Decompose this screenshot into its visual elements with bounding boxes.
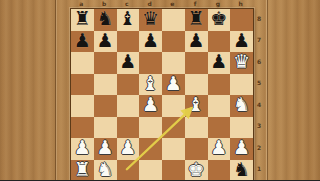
square-c8: ♝: [117, 9, 140, 31]
rank-label-4: 4: [254, 101, 264, 109]
file-label-h: h: [229, 0, 252, 8]
square-d2: [139, 138, 162, 160]
square-h8: [230, 9, 253, 31]
square-e3: [162, 117, 185, 139]
square-f4: ♝: [185, 95, 208, 117]
square-e5: ♟: [162, 74, 185, 96]
square-b8: ♞: [94, 9, 117, 31]
square-f6: [185, 52, 208, 74]
square-c4: [117, 95, 140, 117]
black-bishop-c8: ♝: [119, 9, 136, 28]
square-c1: [117, 160, 140, 181]
square-e4: [162, 95, 185, 117]
square-d6: [139, 52, 162, 74]
square-d3: [139, 117, 162, 139]
square-h2: ♟: [230, 138, 253, 160]
square-a2: ♟: [71, 138, 94, 160]
square-g1: [208, 160, 231, 181]
square-d4: ♟: [139, 95, 162, 117]
white-queen-h6: ♛: [233, 52, 250, 71]
square-f7: ♟: [185, 31, 208, 53]
square-a8: ♜: [71, 9, 94, 31]
square-h3: [230, 117, 253, 139]
square-f8: ♜: [185, 9, 208, 31]
square-e7: [162, 31, 185, 53]
square-e2: [162, 138, 185, 160]
white-pawn-e5: ♟: [165, 74, 182, 93]
square-b5: [94, 74, 117, 96]
square-g2: ♟: [208, 138, 231, 160]
square-d7: ♟: [139, 31, 162, 53]
black-pawn-h7: ♟: [233, 31, 250, 50]
square-g4: [208, 95, 231, 117]
square-g6: ♟: [208, 52, 231, 74]
square-b6: [94, 52, 117, 74]
rank-label-3: 3: [254, 122, 264, 130]
square-c2: ♟: [117, 138, 140, 160]
square-g5: [208, 74, 231, 96]
black-pawn-c6: ♟: [119, 52, 136, 71]
square-c7: [117, 31, 140, 53]
white-bishop-d5: ♝: [142, 74, 159, 93]
square-d1: [139, 160, 162, 181]
square-f5: [185, 74, 208, 96]
square-g8: ♚: [208, 9, 231, 31]
square-e6: [162, 52, 185, 74]
chess-board: ♜♞♝♛♜♚♟♟♟♟♟♟♟♛♝♟♟♝♞♟♟♟♟♟♜♞♚♞: [70, 8, 254, 180]
file-label-e: e: [161, 0, 184, 8]
square-g7: [208, 31, 231, 53]
white-pawn-g2: ♟: [210, 138, 227, 157]
white-knight-h4: ♞: [233, 95, 250, 114]
black-king-g8: ♚: [210, 9, 227, 28]
square-g3: [208, 117, 231, 139]
black-knight-b8: ♞: [97, 9, 114, 28]
white-king-f1: ♚: [188, 160, 205, 179]
square-d5: ♝: [139, 74, 162, 96]
rank-label-8: 8: [254, 15, 264, 23]
black-pawn-g6: ♟: [210, 52, 227, 71]
square-h6: ♛: [230, 52, 253, 74]
square-a6: [71, 52, 94, 74]
square-e1: [162, 160, 185, 181]
square-b7: ♟: [94, 31, 117, 53]
square-a3: [71, 117, 94, 139]
rank-label-5: 5: [254, 79, 264, 87]
square-h7: ♟: [230, 31, 253, 53]
white-rook-a1: ♜: [74, 160, 91, 179]
black-pawn-d7: ♟: [142, 31, 159, 50]
white-pawn-b2: ♟: [97, 138, 114, 157]
square-h5: [230, 74, 253, 96]
square-e8: [162, 9, 185, 31]
black-pawn-a7: ♟: [74, 31, 91, 50]
black-rook-a8: ♜: [74, 9, 91, 28]
white-pawn-d4: ♟: [142, 95, 159, 114]
video-frame: abcdefgh 87654321 ♜♞♝♛♜♚♟♟♟♟♟♟♟♛♝♟♟♝♞♟♟♟…: [0, 0, 320, 180]
white-pawn-c2: ♟: [119, 138, 136, 157]
white-pawn-h2: ♟: [233, 138, 250, 157]
square-f2: [185, 138, 208, 160]
black-pawn-b7: ♟: [97, 31, 114, 50]
square-c5: [117, 74, 140, 96]
square-a4: [71, 95, 94, 117]
black-knight-h1: ♞: [233, 160, 250, 179]
rank-label-7: 7: [254, 36, 264, 44]
square-b3: [94, 117, 117, 139]
white-knight-b1: ♞: [97, 160, 114, 179]
square-c3: [117, 117, 140, 139]
square-b4: [94, 95, 117, 117]
square-f3: [185, 117, 208, 139]
black-queen-d8: ♛: [142, 9, 159, 28]
square-f1: ♚: [185, 160, 208, 181]
rank-label-6: 6: [254, 58, 264, 66]
rank-label-2: 2: [254, 144, 264, 152]
white-bishop-f4: ♝: [188, 95, 205, 114]
square-h4: ♞: [230, 95, 253, 117]
square-a5: [71, 74, 94, 96]
rank-label-1: 1: [254, 165, 264, 173]
white-pawn-a2: ♟: [74, 138, 91, 157]
square-a7: ♟: [71, 31, 94, 53]
square-d8: ♛: [139, 9, 162, 31]
square-c6: ♟: [117, 52, 140, 74]
square-b1: ♞: [94, 160, 117, 181]
square-a1: ♜: [71, 160, 94, 181]
black-rook-f8: ♜: [188, 9, 205, 28]
square-b2: ♟: [94, 138, 117, 160]
black-pawn-f7: ♟: [188, 31, 205, 50]
square-h1: ♞: [230, 160, 253, 181]
